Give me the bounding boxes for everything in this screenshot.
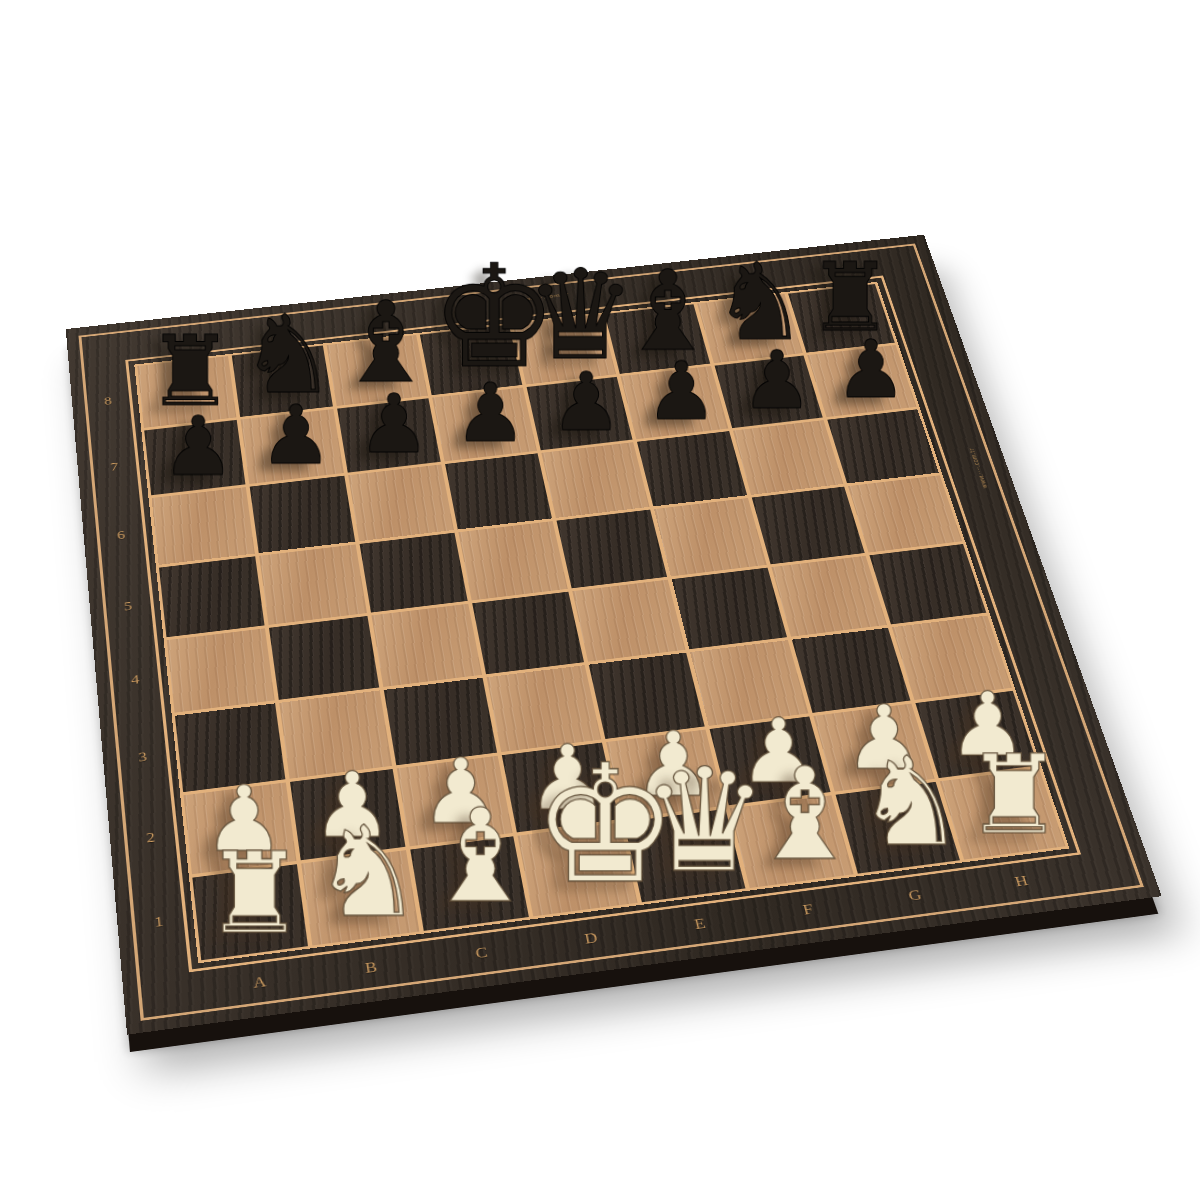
square-g5[interactable]: [751, 486, 864, 564]
square-g7[interactable]: ♟: [714, 356, 822, 428]
board-stage: 87654321 ABCDEFGH www.····.com.tr www.··…: [0, 0, 1200, 1200]
chess-board[interactable]: 87654321 ABCDEFGH www.····.com.tr www.··…: [66, 235, 1162, 1035]
square-h5[interactable]: [848, 475, 962, 552]
black-pawn-b7[interactable]: ♟: [249, 394, 343, 475]
white-knight-g1[interactable]: ♞: [855, 741, 960, 864]
square-d8[interactable]: ♚: [420, 325, 523, 396]
square-e8[interactable]: ♛: [513, 314, 617, 384]
black-pawn-d7[interactable]: ♟: [443, 372, 536, 453]
black-bishop-c8[interactable]: ♝: [336, 287, 428, 399]
rank-label-5: 5: [103, 568, 154, 646]
square-g6[interactable]: [732, 420, 843, 495]
white-bishop-c1[interactable]: ♝: [422, 792, 528, 921]
white-rook-h1[interactable]: ♜: [961, 740, 1065, 849]
chess-photo-scene: 87654321 ABCDEFGH www.····.com.tr www.··…: [0, 0, 1200, 1200]
square-f5[interactable]: [654, 498, 766, 576]
black-pawn-c7[interactable]: ♟: [347, 383, 441, 464]
square-a1[interactable]: ♜: [192, 864, 308, 960]
rank-label-8: 8: [85, 367, 133, 436]
square-b5[interactable]: [259, 544, 366, 625]
black-king-d8[interactable]: ♚: [431, 246, 523, 387]
square-f8[interactable]: ♝: [605, 304, 710, 374]
square-a7[interactable]: ♟: [144, 420, 245, 495]
rank-label-6: 6: [97, 498, 147, 573]
square-d4[interactable]: [472, 592, 584, 675]
square-e5[interactable]: [556, 509, 667, 588]
black-rook-h8[interactable]: ♜: [805, 250, 896, 345]
square-b7[interactable]: ♟: [241, 409, 344, 483]
white-king-d1[interactable]: ♚: [532, 743, 638, 906]
square-c1[interactable]: ♝: [410, 836, 529, 931]
rank-label-1: 1: [131, 876, 188, 968]
black-pawn-h7[interactable]: ♟: [824, 329, 916, 409]
square-d5[interactable]: [458, 521, 568, 601]
square-a6[interactable]: [151, 487, 255, 565]
square-c6[interactable]: [348, 464, 454, 541]
square-c5[interactable]: [359, 533, 467, 613]
square-h6[interactable]: [827, 409, 939, 483]
black-pawn-e7[interactable]: ♟: [540, 361, 633, 441]
rank-label-2: 2: [124, 794, 179, 882]
black-knight-b8[interactable]: ♞: [240, 301, 332, 409]
square-b8[interactable]: ♞: [232, 345, 332, 417]
square-e7[interactable]: ♟: [527, 377, 633, 450]
square-a8[interactable]: ♜: [137, 356, 236, 428]
square-h7[interactable]: ♟: [807, 345, 916, 417]
watermark-text: www.····.com.tr: [968, 448, 990, 489]
square-d7[interactable]: ♟: [432, 388, 537, 461]
square-g8[interactable]: ♞: [697, 294, 803, 363]
rank-label-3: 3: [117, 716, 171, 800]
black-knight-g8[interactable]: ♞: [712, 249, 803, 355]
square-d6[interactable]: [445, 453, 552, 529]
white-rook-a1[interactable]: ♜: [201, 837, 308, 949]
square-e4[interactable]: [572, 580, 685, 662]
square-b6[interactable]: [250, 475, 355, 552]
black-bishop-f8[interactable]: ♝: [619, 256, 710, 367]
black-queen-e8[interactable]: ♛: [525, 253, 616, 377]
white-knight-b1[interactable]: ♞: [312, 810, 419, 935]
square-f7[interactable]: ♟: [621, 366, 728, 439]
square-b1[interactable]: ♞: [301, 850, 418, 946]
square-c7[interactable]: ♟: [337, 398, 441, 472]
black-pawn-g7[interactable]: ♟: [730, 340, 823, 420]
square-e6[interactable]: [541, 442, 649, 518]
rank-label-4: 4: [110, 640, 163, 721]
watermark-text: www.····.com.tr: [514, 292, 570, 303]
square-c8[interactable]: ♝: [326, 335, 428, 406]
black-pawn-a7[interactable]: ♟: [151, 405, 245, 487]
rank-label-7: 7: [91, 432, 140, 504]
black-pawn-f7[interactable]: ♟: [635, 351, 728, 431]
square-f6[interactable]: [637, 431, 747, 506]
black-rook-a8[interactable]: ♜: [144, 323, 237, 420]
square-h8[interactable]: ♜: [788, 284, 895, 353]
